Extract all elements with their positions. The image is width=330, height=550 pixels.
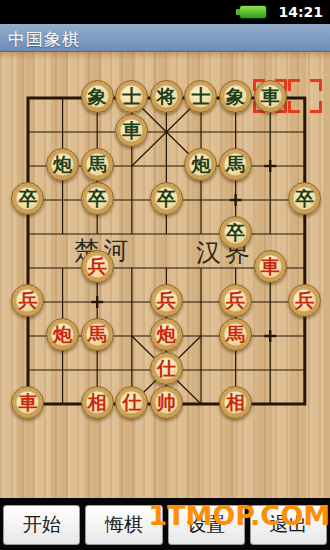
undo-move-button[interactable]: 悔棋 [85,505,162,545]
piece-glyph: 車 [18,393,37,412]
app-screen: 14:21 中国象棋 楚河 汉界 象士将士象車車炮馬炮馬卒卒卒卒卒兵車兵兵兵兵炮… [0,0,330,550]
piece-black-advisor[interactable]: 士 [115,80,148,113]
piece-glyph: 象 [88,87,107,106]
piece-glyph: 象 [226,87,245,106]
piece-glyph: 士 [122,87,141,106]
piece-black-elephant[interactable]: 象 [81,80,114,113]
piece-red-cannon[interactable]: 炮 [46,318,79,351]
piece-red-elephant[interactable]: 相 [219,386,252,419]
piece-black-pawn[interactable]: 卒 [219,216,252,249]
piece-glyph: 兵 [226,291,245,310]
piece-black-advisor[interactable]: 士 [184,80,217,113]
piece-red-pawn[interactable]: 兵 [150,284,183,317]
piece-red-elephant[interactable]: 相 [81,386,114,419]
piece-glyph: 仕 [157,359,176,378]
piece-glyph: 馬 [226,155,245,174]
board-pieces-layer: 象士将士象車車炮馬炮馬卒卒卒卒卒兵車兵兵兵兵炮馬炮馬仕車相仕帅相 [11,81,322,421]
piece-black-horse[interactable]: 馬 [219,148,252,181]
piece-glyph: 馬 [88,325,107,344]
piece-glyph: 炮 [191,155,210,174]
piece-red-advisor[interactable]: 仕 [150,352,183,385]
piece-red-rook[interactable]: 車 [254,250,287,283]
piece-black-pawn[interactable]: 卒 [150,182,183,215]
piece-glyph: 仕 [122,393,141,412]
bottom-menu-bar: 开始 悔棋 设置 退出 [0,498,330,550]
piece-black-cannon[interactable]: 炮 [184,148,217,181]
piece-glyph: 卒 [88,189,107,208]
piece-black-pawn[interactable]: 卒 [11,182,44,215]
piece-black-rook[interactable]: 車 [115,114,148,147]
piece-glyph: 卒 [18,189,37,208]
piece-glyph: 卒 [295,189,314,208]
piece-red-pawn[interactable]: 兵 [81,250,114,283]
status-bar: 14:21 [0,0,330,24]
status-clock: 14:21 [278,4,323,20]
piece-glyph: 帅 [157,393,176,412]
settings-button[interactable]: 设置 [168,505,245,545]
piece-glyph: 相 [226,393,245,412]
piece-glyph: 炮 [157,325,176,344]
title-bar: 中国象棋 [0,24,330,52]
piece-black-elephant[interactable]: 象 [219,80,252,113]
exit-button[interactable]: 退出 [250,505,327,545]
piece-black-pawn[interactable]: 卒 [288,182,321,215]
piece-glyph: 車 [122,121,141,140]
piece-glyph: 馬 [88,155,107,174]
marker-corner [288,79,300,91]
piece-red-pawn[interactable]: 兵 [288,284,321,317]
piece-red-horse[interactable]: 馬 [81,318,114,351]
app-title: 中国象棋 [8,28,80,51]
piece-red-advisor[interactable]: 仕 [115,386,148,419]
piece-glyph: 車 [261,257,280,276]
piece-glyph: 兵 [157,291,176,310]
marker-corner [288,101,300,113]
piece-black-cannon[interactable]: 炮 [46,148,79,181]
piece-glyph: 車 [261,87,280,106]
piece-glyph: 炮 [53,155,72,174]
last-move-from-marker [288,79,322,113]
piece-black-general[interactable]: 将 [150,80,183,113]
piece-glyph: 兵 [295,291,314,310]
piece-red-horse[interactable]: 馬 [219,318,252,351]
piece-red-pawn[interactable]: 兵 [11,284,44,317]
piece-red-cannon[interactable]: 炮 [150,318,183,351]
piece-glyph: 士 [191,87,210,106]
piece-glyph: 卒 [226,223,245,242]
piece-black-rook[interactable]: 車 [254,80,287,113]
marker-corner [310,79,322,91]
piece-glyph: 兵 [88,257,107,276]
start-button[interactable]: 开始 [3,505,80,545]
battery-icon [240,6,266,18]
piece-red-pawn[interactable]: 兵 [219,284,252,317]
piece-red-rook[interactable]: 車 [11,386,44,419]
piece-glyph: 炮 [53,325,72,344]
marker-corner [310,101,322,113]
piece-glyph: 兵 [18,291,37,310]
piece-glyph: 卒 [157,189,176,208]
piece-glyph: 将 [157,87,176,106]
piece-black-horse[interactable]: 馬 [81,148,114,181]
piece-glyph: 相 [88,393,107,412]
piece-glyph: 馬 [226,325,245,344]
piece-black-pawn[interactable]: 卒 [81,182,114,215]
piece-red-general[interactable]: 帅 [150,386,183,419]
